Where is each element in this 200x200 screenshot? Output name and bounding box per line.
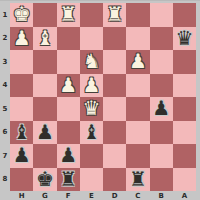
square-g2[interactable]: ♝ — [33, 27, 56, 51]
square-f2[interactable] — [57, 27, 80, 51]
rank-label-3: 3 — [0, 50, 10, 74]
chess-board[interactable]: ♚♜♜♟♝♛♞♟♟♟♛♟♝♟♝♟♟♚♜♜ — [10, 3, 196, 191]
piece-black-pawn[interactable]: ♟ — [33, 121, 56, 145]
piece-white-pawn[interactable]: ♟ — [10, 27, 33, 51]
square-c8[interactable]: ♜ — [126, 168, 149, 192]
square-b1[interactable] — [150, 3, 173, 27]
file-labels: HGFEDCBA — [10, 191, 196, 200]
square-a4[interactable] — [173, 74, 196, 98]
square-a8[interactable] — [173, 168, 196, 192]
piece-black-bishop[interactable]: ♝ — [10, 121, 33, 145]
square-c6[interactable] — [126, 121, 149, 145]
piece-black-king[interactable]: ♚ — [33, 168, 56, 192]
rank-label-8: 8 — [0, 168, 10, 192]
piece-white-knight[interactable]: ♞ — [80, 50, 103, 74]
square-g7[interactable] — [33, 144, 56, 168]
square-e1[interactable] — [80, 3, 103, 27]
square-c2[interactable] — [126, 27, 149, 51]
square-e8[interactable] — [80, 168, 103, 192]
square-h7[interactable]: ♟ — [10, 144, 33, 168]
square-g6[interactable]: ♟ — [33, 121, 56, 145]
piece-black-pawn[interactable]: ♟ — [150, 97, 173, 121]
piece-black-pawn[interactable]: ♟ — [57, 144, 80, 168]
square-e4[interactable]: ♟ — [80, 74, 103, 98]
square-b3[interactable] — [150, 50, 173, 74]
square-a5[interactable] — [173, 97, 196, 121]
square-g4[interactable] — [33, 74, 56, 98]
square-d3[interactable] — [103, 50, 126, 74]
square-b6[interactable] — [150, 121, 173, 145]
square-h3[interactable] — [10, 50, 33, 74]
piece-black-rook[interactable]: ♜ — [126, 168, 149, 192]
file-label-h: H — [10, 191, 33, 200]
piece-black-rook[interactable]: ♜ — [57, 168, 80, 192]
square-f1[interactable]: ♜ — [57, 3, 80, 27]
square-b4[interactable] — [150, 74, 173, 98]
square-h2[interactable]: ♟ — [10, 27, 33, 51]
square-e6[interactable]: ♝ — [80, 121, 103, 145]
square-b8[interactable] — [150, 168, 173, 192]
square-f4[interactable]: ♟ — [57, 74, 80, 98]
square-b2[interactable] — [150, 27, 173, 51]
rank-labels: 12345678 — [0, 3, 10, 191]
square-f6[interactable] — [57, 121, 80, 145]
file-label-b: B — [150, 191, 173, 200]
square-c4[interactable] — [126, 74, 149, 98]
file-label-a: A — [173, 191, 196, 200]
rank-label-5: 5 — [0, 97, 10, 121]
square-d1[interactable]: ♜ — [103, 3, 126, 27]
square-e5[interactable]: ♛ — [80, 97, 103, 121]
piece-white-rook[interactable]: ♜ — [103, 3, 126, 27]
file-label-g: G — [33, 191, 56, 200]
piece-white-bishop[interactable]: ♝ — [33, 27, 56, 51]
file-label-d: D — [103, 191, 126, 200]
square-h1[interactable]: ♚ — [10, 3, 33, 27]
piece-white-queen[interactable]: ♛ — [80, 97, 103, 121]
square-c3[interactable]: ♟ — [126, 50, 149, 74]
rank-label-4: 4 — [0, 74, 10, 98]
square-d2[interactable] — [103, 27, 126, 51]
square-a2[interactable]: ♛ — [173, 27, 196, 51]
square-h6[interactable]: ♝ — [10, 121, 33, 145]
piece-black-bishop[interactable]: ♝ — [80, 121, 103, 145]
square-g1[interactable] — [33, 3, 56, 27]
square-f3[interactable] — [57, 50, 80, 74]
square-a3[interactable] — [173, 50, 196, 74]
piece-white-king[interactable]: ♚ — [10, 3, 33, 27]
square-a1[interactable] — [173, 3, 196, 27]
square-d4[interactable] — [103, 74, 126, 98]
piece-white-pawn[interactable]: ♟ — [126, 50, 149, 74]
square-h8[interactable] — [10, 168, 33, 192]
piece-white-rook[interactable]: ♜ — [57, 3, 80, 27]
rank-label-1: 1 — [0, 3, 10, 27]
square-c7[interactable] — [126, 144, 149, 168]
chess-diagram: 12345678 ♚♜♜♟♝♛♞♟♟♟♛♟♝♟♝♟♟♚♜♜ HGFEDCBA — [0, 0, 200, 200]
square-a6[interactable] — [173, 121, 196, 145]
square-e3[interactable]: ♞ — [80, 50, 103, 74]
square-c1[interactable] — [126, 3, 149, 27]
square-d7[interactable] — [103, 144, 126, 168]
square-f7[interactable]: ♟ — [57, 144, 80, 168]
file-label-c: C — [126, 191, 149, 200]
piece-black-pawn[interactable]: ♟ — [10, 144, 33, 168]
square-g3[interactable] — [33, 50, 56, 74]
piece-white-pawn[interactable]: ♟ — [57, 74, 80, 98]
rank-label-7: 7 — [0, 144, 10, 168]
rank-label-2: 2 — [0, 27, 10, 51]
square-h4[interactable] — [10, 74, 33, 98]
square-a7[interactable] — [173, 144, 196, 168]
file-label-f: F — [57, 191, 80, 200]
square-b5[interactable]: ♟ — [150, 97, 173, 121]
square-d8[interactable] — [103, 168, 126, 192]
square-c5[interactable] — [126, 97, 149, 121]
square-h5[interactable] — [10, 97, 33, 121]
file-label-e: E — [80, 191, 103, 200]
square-e7[interactable] — [80, 144, 103, 168]
square-b7[interactable] — [150, 144, 173, 168]
rank-label-6: 6 — [0, 121, 10, 145]
square-f8[interactable]: ♜ — [57, 168, 80, 192]
square-d5[interactable] — [103, 97, 126, 121]
piece-white-pawn[interactable]: ♟ — [80, 74, 103, 98]
square-f5[interactable] — [57, 97, 80, 121]
piece-black-queen[interactable]: ♛ — [173, 27, 196, 51]
square-g8[interactable]: ♚ — [33, 168, 56, 192]
square-d6[interactable] — [103, 121, 126, 145]
square-g5[interactable] — [33, 97, 56, 121]
square-e2[interactable] — [80, 27, 103, 51]
